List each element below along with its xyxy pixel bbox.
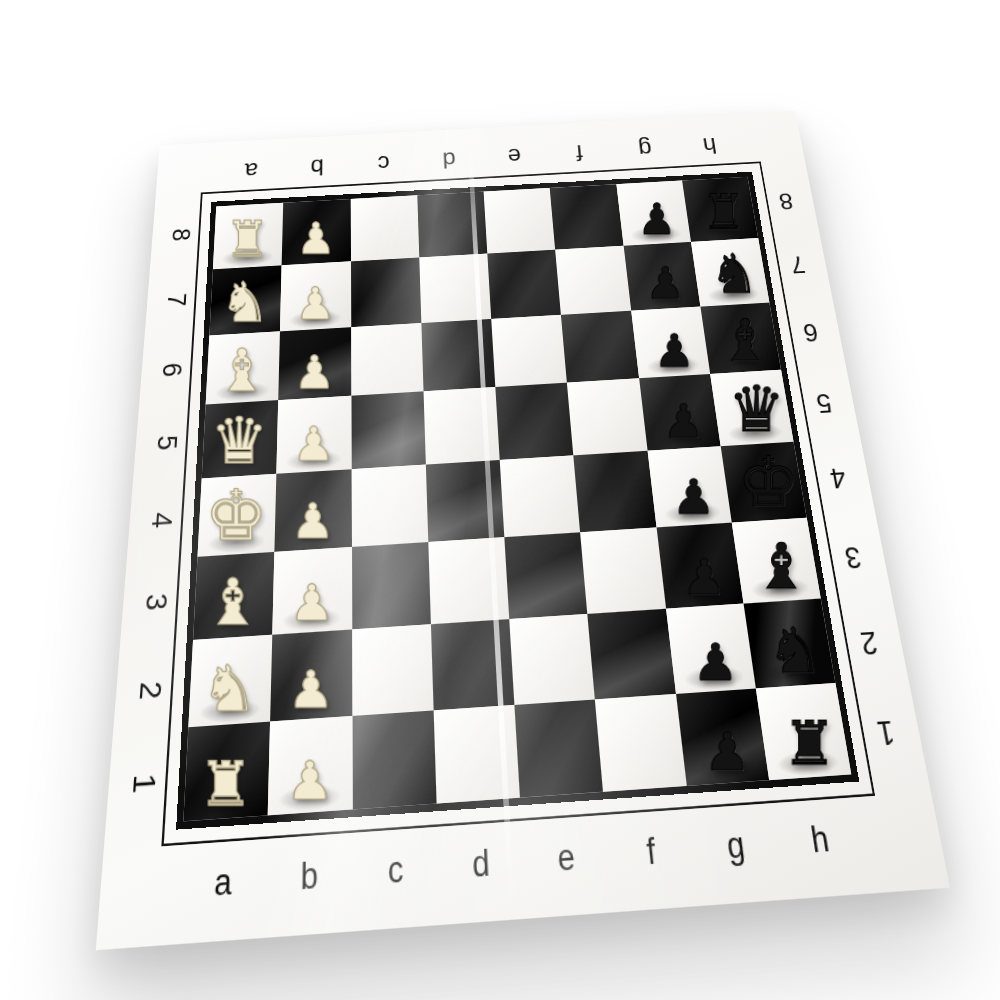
coordinate-label-a: a	[179, 855, 267, 910]
black-pawn-g4[interactable]: ♟	[672, 475, 715, 521]
square-b7[interactable]: ♟	[280, 261, 351, 331]
square-a1[interactable]: ♜	[183, 722, 270, 821]
white-rook-a1[interactable]: ♜	[199, 755, 254, 813]
square-a8[interactable]: ♜	[213, 203, 283, 269]
board-frame: ♜♟♟♜♞♟♟♞♝♟♟♝♛♟♟♛♚♟♟♚♝♟♟♝♞♟♟♞♜♟♟♜	[176, 172, 859, 830]
black-pawn-g3[interactable]: ♟	[682, 554, 726, 601]
square-g8[interactable]: ♟	[616, 180, 691, 245]
square-d6[interactable]	[421, 318, 495, 391]
coordinate-label-e: e	[522, 831, 611, 886]
black-bishop-h6[interactable]: ♝	[719, 313, 771, 368]
coordinate-label-b: b	[284, 152, 350, 181]
square-e8[interactable]	[484, 188, 556, 253]
white-pawn-b6[interactable]: ♟	[294, 351, 335, 394]
black-rook-h8[interactable]: ♜	[702, 190, 746, 237]
square-h4[interactable]: ♚	[720, 442, 806, 523]
square-a3[interactable]: ♝	[193, 552, 275, 640]
square-d5[interactable]	[423, 387, 499, 464]
black-pawn-g5[interactable]: ♟	[662, 400, 704, 444]
square-c1[interactable]	[352, 711, 436, 810]
square-h8[interactable]: ♜	[682, 177, 758, 242]
square-c8[interactable]	[350, 195, 419, 261]
square-f1[interactable]	[595, 694, 686, 791]
square-d4[interactable]	[426, 460, 505, 542]
black-knight-h7[interactable]: ♞	[710, 249, 759, 301]
square-g7[interactable]: ♟	[623, 242, 700, 311]
square-f5[interactable]	[567, 379, 647, 456]
board-grid: ♜♟♟♜♞♟♟♞♝♟♟♝♛♟♟♛♚♟♟♚♝♟♟♝♞♟♟♞♜♟♟♜	[183, 177, 851, 821]
coordinate-label-g: g	[611, 135, 679, 164]
black-knight-h2[interactable]: ♞	[767, 622, 823, 682]
coordinate-label-d: d	[438, 837, 526, 892]
square-b4[interactable]: ♟	[275, 469, 352, 551]
square-g4[interactable]: ♟	[647, 446, 731, 527]
square-g1[interactable]: ♟	[676, 689, 769, 786]
square-a6[interactable]: ♝	[206, 331, 281, 405]
square-b1[interactable]: ♟	[268, 716, 352, 815]
square-h6[interactable]: ♝	[700, 302, 781, 374]
square-b6[interactable]: ♟	[278, 327, 351, 401]
square-h1[interactable]: ♜	[756, 683, 852, 780]
square-e5[interactable]	[495, 383, 573, 460]
square-f8[interactable]	[550, 184, 623, 249]
white-pawn-b7[interactable]: ♟	[296, 283, 336, 325]
black-pawn-g8[interactable]: ♟	[637, 199, 676, 240]
coordinate-label-b: b	[266, 849, 353, 904]
square-c7[interactable]	[351, 257, 422, 326]
square-c3[interactable]	[351, 542, 430, 629]
black-bishop-h3[interactable]: ♝	[753, 536, 809, 596]
square-e3[interactable]	[504, 532, 587, 618]
white-pawn-b3[interactable]: ♟	[290, 580, 335, 627]
coordinate-label-5: 5	[127, 424, 204, 461]
white-pawn-b5[interactable]: ♟	[293, 423, 335, 468]
square-h7[interactable]: ♞	[691, 238, 770, 306]
coordinate-label-f: f	[546, 138, 614, 167]
coordinate-label-7: 7	[139, 284, 212, 317]
square-b8[interactable]: ♟	[282, 199, 351, 265]
white-pawn-b4[interactable]: ♟	[291, 499, 334, 545]
square-d1[interactable]	[433, 705, 520, 803]
coordinate-label-h: h	[675, 131, 744, 160]
square-b5[interactable]: ♟	[277, 396, 352, 474]
square-h5[interactable]: ♛	[710, 370, 794, 446]
coordinate-label-h: h	[775, 813, 867, 867]
square-a7[interactable]: ♞	[209, 265, 281, 335]
coordinate-label-f: f	[607, 825, 697, 879]
square-c4[interactable]	[351, 465, 428, 547]
square-g3[interactable]: ♟	[656, 522, 743, 608]
black-pawn-g1[interactable]: ♟	[703, 728, 750, 778]
square-c6[interactable]	[351, 323, 424, 396]
square-g5[interactable]: ♟	[639, 374, 721, 450]
black-king-h4[interactable]: ♚	[737, 450, 799, 516]
white-king-a4[interactable]: ♚	[205, 483, 268, 550]
coordinate-label-c: c	[352, 843, 439, 898]
square-d8[interactable]	[417, 192, 487, 258]
square-b3[interactable]: ♟	[273, 547, 352, 634]
white-pawn-b1[interactable]: ♟	[286, 757, 334, 807]
white-knight-a2[interactable]: ♞	[201, 659, 258, 719]
square-d3[interactable]	[428, 537, 509, 624]
square-e4[interactable]	[500, 455, 581, 537]
coordinate-label-d: d	[416, 145, 483, 174]
square-c5[interactable]	[351, 392, 426, 470]
black-pawn-g7[interactable]: ♟	[645, 263, 685, 305]
square-f7[interactable]	[555, 246, 630, 315]
white-pawn-b8[interactable]: ♟	[297, 219, 336, 260]
square-e7[interactable]	[487, 249, 561, 318]
white-bishop-a6[interactable]: ♝	[216, 343, 268, 399]
product-photo-scene: abcdefgh abcdefgh 87654321 87654321 ♜♟♟♜…	[0, 0, 1000, 1000]
white-knight-a7[interactable]: ♞	[220, 277, 269, 329]
white-bishop-a3[interactable]: ♝	[204, 572, 261, 633]
black-queen-h5[interactable]: ♛	[728, 380, 785, 440]
square-e1[interactable]	[514, 700, 603, 798]
white-rook-a8[interactable]: ♜	[225, 216, 270, 263]
white-queen-a5[interactable]: ♛	[211, 411, 269, 472]
square-g2[interactable]: ♟	[665, 603, 755, 694]
square-f4[interactable]	[574, 451, 657, 532]
square-f3[interactable]	[580, 527, 665, 613]
square-f6[interactable]	[561, 310, 639, 383]
coordinate-label-a: a	[217, 156, 284, 185]
coordinate-label-c: c	[350, 149, 416, 178]
coordinate-label-8: 8	[144, 219, 215, 250]
square-a4[interactable]: ♚	[198, 474, 277, 557]
square-e2[interactable]	[509, 613, 595, 705]
coordinate-label-e: e	[481, 142, 548, 171]
coordinate-label-6: 6	[133, 352, 208, 387]
square-e6[interactable]	[491, 314, 567, 387]
coordinate-label-g: g	[691, 819, 782, 873]
white-pawn-b2[interactable]: ♟	[288, 665, 334, 714]
square-h3[interactable]: ♝	[731, 518, 820, 604]
black-pawn-g6[interactable]: ♟	[654, 330, 695, 373]
chessboard-sheet: abcdefgh abcdefgh 87654321 87654321 ♜♟♟♜…	[96, 111, 950, 950]
square-f2[interactable]	[587, 608, 675, 700]
black-rook-h1[interactable]: ♜	[782, 715, 836, 772]
square-g6[interactable]: ♟	[631, 306, 710, 378]
square-a2[interactable]: ♞	[188, 634, 272, 727]
square-a5[interactable]: ♛	[202, 400, 279, 478]
black-pawn-g2[interactable]: ♟	[692, 638, 738, 686]
